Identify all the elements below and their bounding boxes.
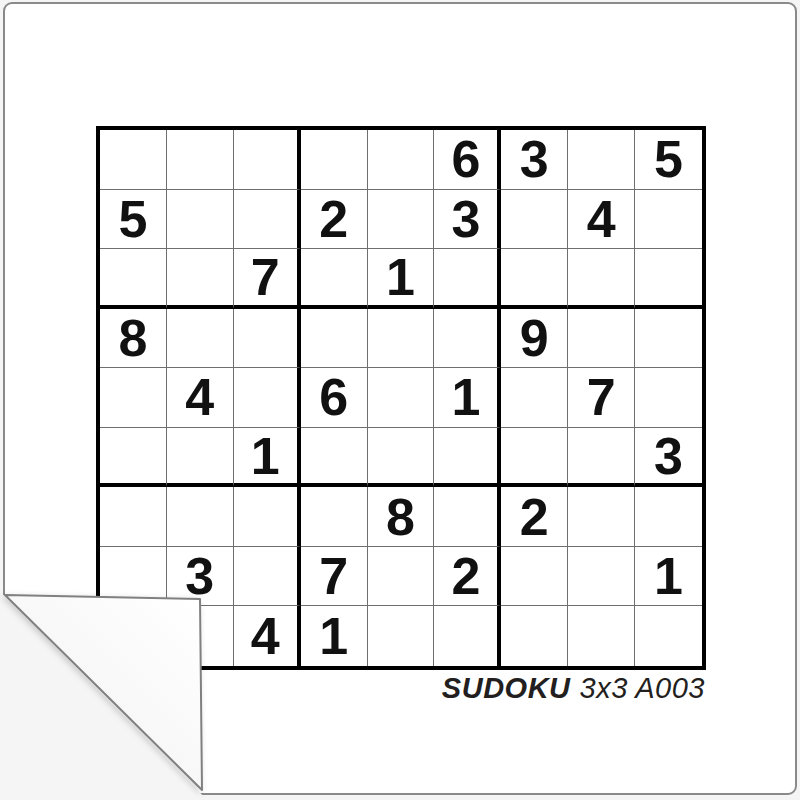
cell-r8c9[interactable]: 1 [635,547,702,607]
cell-r6c1[interactable] [100,428,167,488]
cell-r9c9[interactable] [635,606,702,666]
cell-r5c7[interactable] [501,368,568,428]
cell-r2c3[interactable] [234,190,301,250]
cell-r8c4[interactable]: 7 [301,547,368,607]
cell-r2c5[interactable] [368,190,435,250]
caption-title: SUDOKU [442,672,571,704]
sudoku-grid: 6355234718946171382372141 [96,126,706,670]
cell-r8c1[interactable] [100,547,167,607]
cell-r8c7[interactable] [501,547,568,607]
cell-r5c2[interactable]: 4 [167,368,234,428]
cell-r1c7[interactable]: 3 [501,130,568,190]
cell-r3c4[interactable] [301,249,368,309]
cell-r6c8[interactable] [568,428,635,488]
cell-r1c3[interactable] [234,130,301,190]
cell-r3c1[interactable] [100,249,167,309]
cell-r2c8[interactable]: 4 [568,190,635,250]
cell-r7c8[interactable] [568,487,635,547]
cell-r5c6[interactable]: 1 [434,368,501,428]
cell-r1c6[interactable]: 6 [434,130,501,190]
cell-r2c6[interactable]: 3 [434,190,501,250]
cell-r9c6[interactable] [434,606,501,666]
cell-r2c2[interactable] [167,190,234,250]
cell-r3c3[interactable]: 7 [234,249,301,309]
cell-r2c1[interactable]: 5 [100,190,167,250]
cell-r4c3[interactable] [234,309,301,369]
cell-r6c5[interactable] [368,428,435,488]
cell-r6c7[interactable] [501,428,568,488]
cell-r1c4[interactable] [301,130,368,190]
cell-r8c3[interactable] [234,547,301,607]
cell-r3c6[interactable] [434,249,501,309]
cell-r6c6[interactable] [434,428,501,488]
cell-r3c8[interactable] [568,249,635,309]
cell-r7c2[interactable] [167,487,234,547]
cell-r7c5[interactable]: 8 [368,487,435,547]
cell-r9c8[interactable] [568,606,635,666]
cell-r9c5[interactable] [368,606,435,666]
cell-r4c5[interactable] [368,309,435,369]
cell-r6c2[interactable] [167,428,234,488]
cell-r7c4[interactable] [301,487,368,547]
cell-r4c9[interactable] [635,309,702,369]
cell-r3c2[interactable] [167,249,234,309]
cell-r9c3[interactable]: 4 [234,606,301,666]
cell-r5c5[interactable] [368,368,435,428]
cell-r5c3[interactable] [234,368,301,428]
cell-r2c9[interactable] [635,190,702,250]
cell-r4c2[interactable] [167,309,234,369]
sudoku-sheet-canvas: 6355234718946171382372141 SUDOKU3x3 A003 [0,0,800,800]
cell-r2c4[interactable]: 2 [301,190,368,250]
cell-r3c5[interactable]: 1 [368,249,435,309]
cell-r7c6[interactable] [434,487,501,547]
cell-r4c7[interactable]: 9 [501,309,568,369]
cell-r5c8[interactable]: 7 [568,368,635,428]
cell-r5c4[interactable]: 6 [301,368,368,428]
cell-r1c1[interactable] [100,130,167,190]
cell-r3c9[interactable] [635,249,702,309]
cell-r8c6[interactable]: 2 [434,547,501,607]
cell-r7c9[interactable] [635,487,702,547]
cell-r1c2[interactable] [167,130,234,190]
puzzle-caption: SUDOKU3x3 A003 [442,672,705,705]
cell-r3c7[interactable] [501,249,568,309]
caption-id: 3x3 A003 [580,672,705,704]
cell-r4c6[interactable] [434,309,501,369]
cell-r7c1[interactable] [100,487,167,547]
cell-r9c7[interactable] [501,606,568,666]
cell-r1c5[interactable] [368,130,435,190]
cell-r4c8[interactable] [568,309,635,369]
cell-r7c7[interactable]: 2 [501,487,568,547]
cell-r7c3[interactable] [234,487,301,547]
cell-r4c4[interactable] [301,309,368,369]
cell-r1c9[interactable]: 5 [635,130,702,190]
cell-r6c4[interactable] [301,428,368,488]
cell-r8c2[interactable]: 3 [167,547,234,607]
cell-r1c8[interactable] [568,130,635,190]
cell-r5c1[interactable] [100,368,167,428]
cell-r4c1[interactable]: 8 [100,309,167,369]
cell-r8c5[interactable] [368,547,435,607]
cell-r9c2[interactable] [167,606,234,666]
cell-r2c7[interactable] [501,190,568,250]
cell-r9c4[interactable]: 1 [301,606,368,666]
cell-r6c9[interactable]: 3 [635,428,702,488]
cell-r6c3[interactable]: 1 [234,428,301,488]
cell-r8c8[interactable] [568,547,635,607]
cell-r5c9[interactable] [635,368,702,428]
cell-r9c1[interactable] [100,606,167,666]
